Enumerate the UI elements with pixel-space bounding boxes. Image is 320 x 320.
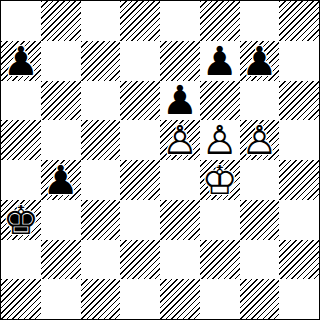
square-a2[interactable] [1, 240, 41, 280]
black-pawn[interactable]: ♟♟ [200, 41, 240, 81]
square-a6[interactable] [1, 81, 41, 121]
square-c4[interactable] [81, 160, 121, 200]
square-a7[interactable]: ♟♟ [1, 41, 41, 81]
square-f8[interactable] [200, 1, 240, 41]
square-e2[interactable] [160, 240, 200, 280]
square-e6[interactable]: ♟♟ [160, 81, 200, 121]
square-e4[interactable] [160, 160, 200, 200]
square-e5[interactable]: ♟♙ [160, 120, 200, 160]
square-h8[interactable] [279, 1, 319, 41]
white-pawn[interactable]: ♟♙ [240, 120, 280, 160]
black-king[interactable]: ♚♚ [1, 200, 41, 240]
black-king-icon: ♚ [1, 200, 41, 240]
white-pawn-icon: ♙ [160, 120, 200, 160]
square-g5[interactable]: ♟♙ [240, 120, 280, 160]
square-e3[interactable] [160, 200, 200, 240]
black-pawn[interactable]: ♟♟ [1, 41, 41, 81]
chessboard: ♟♟♟♟♟♟♟♟♟♙♟♙♟♙♟♟♚♔♚♚ [0, 0, 320, 320]
square-b6[interactable] [41, 81, 81, 121]
square-g2[interactable] [240, 240, 280, 280]
square-h1[interactable] [279, 279, 319, 319]
white-pawn-icon: ♙ [240, 120, 280, 160]
square-g3[interactable] [240, 200, 280, 240]
square-f3[interactable] [200, 200, 240, 240]
square-d6[interactable] [120, 81, 160, 121]
black-pawn-icon: ♟ [41, 160, 81, 200]
white-pawn[interactable]: ♟♙ [200, 120, 240, 160]
square-d1[interactable] [120, 279, 160, 319]
square-c5[interactable] [81, 120, 121, 160]
square-h4[interactable] [279, 160, 319, 200]
black-pawn-icon: ♟ [200, 41, 240, 81]
square-b3[interactable] [41, 200, 81, 240]
white-king-icon: ♔ [200, 160, 240, 200]
square-g6[interactable] [240, 81, 280, 121]
square-c3[interactable] [81, 200, 121, 240]
square-b7[interactable] [41, 41, 81, 81]
square-a5[interactable] [1, 120, 41, 160]
black-pawn[interactable]: ♟♟ [240, 41, 280, 81]
square-c6[interactable] [81, 81, 121, 121]
square-c8[interactable] [81, 1, 121, 41]
white-pawn-icon: ♙ [200, 120, 240, 160]
square-g7[interactable]: ♟♟ [240, 41, 280, 81]
square-d5[interactable] [120, 120, 160, 160]
square-b4[interactable]: ♟♟ [41, 160, 81, 200]
square-f1[interactable] [200, 279, 240, 319]
black-pawn-icon: ♟ [1, 41, 41, 81]
square-d7[interactable] [120, 41, 160, 81]
square-a4[interactable] [1, 160, 41, 200]
square-d4[interactable] [120, 160, 160, 200]
square-b8[interactable] [41, 1, 81, 41]
square-b5[interactable] [41, 120, 81, 160]
square-c2[interactable] [81, 240, 121, 280]
white-pawn[interactable]: ♟♙ [160, 120, 200, 160]
square-c7[interactable] [81, 41, 121, 81]
black-pawn[interactable]: ♟♟ [160, 81, 200, 121]
square-e1[interactable] [160, 279, 200, 319]
square-g1[interactable] [240, 279, 280, 319]
square-b1[interactable] [41, 279, 81, 319]
black-pawn-icon: ♟ [160, 81, 200, 121]
square-g8[interactable] [240, 1, 280, 41]
square-e8[interactable] [160, 1, 200, 41]
square-h5[interactable] [279, 120, 319, 160]
square-d8[interactable] [120, 1, 160, 41]
square-g4[interactable] [240, 160, 280, 200]
square-d2[interactable] [120, 240, 160, 280]
square-c1[interactable] [81, 279, 121, 319]
square-f5[interactable]: ♟♙ [200, 120, 240, 160]
black-pawn-icon: ♟ [240, 41, 280, 81]
square-e7[interactable] [160, 41, 200, 81]
black-pawn[interactable]: ♟♟ [41, 160, 81, 200]
square-h3[interactable] [279, 200, 319, 240]
square-a8[interactable] [1, 1, 41, 41]
square-h2[interactable] [279, 240, 319, 280]
square-f4[interactable]: ♚♔ [200, 160, 240, 200]
square-f2[interactable] [200, 240, 240, 280]
square-a3[interactable]: ♚♚ [1, 200, 41, 240]
square-a1[interactable] [1, 279, 41, 319]
square-f6[interactable] [200, 81, 240, 121]
square-b2[interactable] [41, 240, 81, 280]
white-king[interactable]: ♚♔ [200, 160, 240, 200]
square-h7[interactable] [279, 41, 319, 81]
square-h6[interactable] [279, 81, 319, 121]
square-f7[interactable]: ♟♟ [200, 41, 240, 81]
square-d3[interactable] [120, 200, 160, 240]
